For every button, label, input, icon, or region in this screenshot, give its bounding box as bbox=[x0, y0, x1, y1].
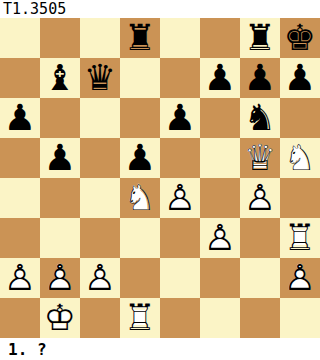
piece-outline: ♙ bbox=[160, 178, 200, 218]
square-d7[interactable] bbox=[120, 58, 160, 98]
square-e3[interactable] bbox=[160, 218, 200, 258]
square-h2[interactable]: ♟♙ bbox=[280, 258, 320, 298]
square-c7[interactable]: ♛ bbox=[80, 58, 120, 98]
square-d2[interactable] bbox=[120, 258, 160, 298]
square-e7[interactable] bbox=[160, 58, 200, 98]
square-d6[interactable] bbox=[120, 98, 160, 138]
square-f1[interactable] bbox=[200, 298, 240, 338]
square-a1[interactable] bbox=[0, 298, 40, 338]
square-c6[interactable] bbox=[80, 98, 120, 138]
square-f2[interactable] bbox=[200, 258, 240, 298]
square-a8[interactable] bbox=[0, 18, 40, 58]
piece-white-rook[interactable]: ♜♖ bbox=[120, 298, 160, 338]
square-b7[interactable]: ♝ bbox=[40, 58, 80, 98]
square-b1[interactable]: ♚♔ bbox=[40, 298, 80, 338]
square-e4[interactable]: ♟♙ bbox=[160, 178, 200, 218]
square-g3[interactable] bbox=[240, 218, 280, 258]
piece-white-pawn[interactable]: ♟♙ bbox=[80, 258, 120, 298]
square-e5[interactable] bbox=[160, 138, 200, 178]
square-b2[interactable]: ♟♙ bbox=[40, 258, 80, 298]
square-b8[interactable] bbox=[40, 18, 80, 58]
piece-outline: ♙ bbox=[200, 218, 240, 258]
puzzle-title: T1.3505 bbox=[0, 0, 320, 18]
piece-white-pawn[interactable]: ♟♙ bbox=[200, 218, 240, 258]
piece-white-rook[interactable]: ♜♖ bbox=[280, 218, 320, 258]
square-d1[interactable]: ♜♖ bbox=[120, 298, 160, 338]
square-g2[interactable] bbox=[240, 258, 280, 298]
square-f4[interactable] bbox=[200, 178, 240, 218]
square-c1[interactable] bbox=[80, 298, 120, 338]
square-c4[interactable] bbox=[80, 178, 120, 218]
square-f8[interactable] bbox=[200, 18, 240, 58]
square-a4[interactable] bbox=[0, 178, 40, 218]
square-b6[interactable] bbox=[40, 98, 80, 138]
piece-black-knight[interactable]: ♞ bbox=[240, 98, 280, 138]
piece-black-rook[interactable]: ♜ bbox=[120, 18, 160, 58]
square-c3[interactable] bbox=[80, 218, 120, 258]
piece-white-pawn[interactable]: ♟♙ bbox=[0, 258, 40, 298]
piece-black-pawn[interactable]: ♟ bbox=[120, 138, 160, 178]
piece-black-pawn[interactable]: ♟ bbox=[0, 98, 40, 138]
square-d3[interactable] bbox=[120, 218, 160, 258]
piece-outline: ♔ bbox=[40, 298, 80, 338]
square-h7[interactable]: ♟ bbox=[280, 58, 320, 98]
piece-white-pawn[interactable]: ♟♙ bbox=[240, 178, 280, 218]
square-f3[interactable]: ♟♙ bbox=[200, 218, 240, 258]
square-g7[interactable]: ♟ bbox=[240, 58, 280, 98]
piece-black-queen[interactable]: ♛ bbox=[80, 58, 120, 98]
piece-outline: ♙ bbox=[40, 258, 80, 298]
piece-outline: ♕ bbox=[240, 138, 280, 178]
piece-outline: ♙ bbox=[280, 258, 320, 298]
piece-white-knight[interactable]: ♞♘ bbox=[280, 138, 320, 178]
piece-outline: ♘ bbox=[280, 138, 320, 178]
square-h3[interactable]: ♜♖ bbox=[280, 218, 320, 258]
square-f7[interactable]: ♟ bbox=[200, 58, 240, 98]
square-a7[interactable] bbox=[0, 58, 40, 98]
square-e2[interactable] bbox=[160, 258, 200, 298]
square-h6[interactable] bbox=[280, 98, 320, 138]
square-c8[interactable] bbox=[80, 18, 120, 58]
piece-outline: ♙ bbox=[0, 258, 40, 298]
square-h1[interactable] bbox=[280, 298, 320, 338]
square-f6[interactable] bbox=[200, 98, 240, 138]
square-g6[interactable]: ♞ bbox=[240, 98, 280, 138]
piece-outline: ♖ bbox=[280, 218, 320, 258]
square-h8[interactable]: ♚ bbox=[280, 18, 320, 58]
square-g5[interactable]: ♛♕ bbox=[240, 138, 280, 178]
square-h4[interactable] bbox=[280, 178, 320, 218]
square-d5[interactable]: ♟ bbox=[120, 138, 160, 178]
piece-black-pawn[interactable]: ♟ bbox=[160, 98, 200, 138]
square-e8[interactable] bbox=[160, 18, 200, 58]
square-e6[interactable]: ♟ bbox=[160, 98, 200, 138]
piece-black-pawn[interactable]: ♟ bbox=[40, 138, 80, 178]
piece-white-pawn[interactable]: ♟♙ bbox=[280, 258, 320, 298]
piece-white-queen[interactable]: ♛♕ bbox=[240, 138, 280, 178]
square-g1[interactable] bbox=[240, 298, 280, 338]
square-e1[interactable] bbox=[160, 298, 200, 338]
square-a6[interactable]: ♟ bbox=[0, 98, 40, 138]
piece-outline: ♖ bbox=[120, 298, 160, 338]
piece-black-rook[interactable]: ♜ bbox=[240, 18, 280, 58]
piece-black-king[interactable]: ♚ bbox=[280, 18, 320, 58]
square-c5[interactable] bbox=[80, 138, 120, 178]
square-a2[interactable]: ♟♙ bbox=[0, 258, 40, 298]
square-f5[interactable] bbox=[200, 138, 240, 178]
square-d4[interactable]: ♞♘ bbox=[120, 178, 160, 218]
piece-black-pawn[interactable]: ♟ bbox=[200, 58, 240, 98]
square-g8[interactable]: ♜ bbox=[240, 18, 280, 58]
piece-white-king[interactable]: ♚♔ bbox=[40, 298, 80, 338]
square-d8[interactable]: ♜ bbox=[120, 18, 160, 58]
piece-outline: ♙ bbox=[80, 258, 120, 298]
square-c2[interactable]: ♟♙ bbox=[80, 258, 120, 298]
piece-black-bishop[interactable]: ♝ bbox=[40, 58, 80, 98]
piece-black-pawn[interactable]: ♟ bbox=[280, 58, 320, 98]
square-b3[interactable] bbox=[40, 218, 80, 258]
square-h5[interactable]: ♞♘ bbox=[280, 138, 320, 178]
square-b5[interactable]: ♟ bbox=[40, 138, 80, 178]
chess-board: ♜♜♚♝♛♟♟♟♟♟♞♟♟♛♕♞♘♞♘♟♙♟♙♟♙♜♖♟♙♟♙♟♙♟♙♚♔♜♖ bbox=[0, 18, 320, 338]
piece-white-pawn[interactable]: ♟♙ bbox=[40, 258, 80, 298]
piece-white-knight[interactable]: ♞♘ bbox=[120, 178, 160, 218]
piece-outline: ♘ bbox=[120, 178, 160, 218]
piece-black-pawn[interactable]: ♟ bbox=[240, 58, 280, 98]
piece-outline: ♙ bbox=[240, 178, 280, 218]
square-a5[interactable] bbox=[0, 138, 40, 178]
square-b4[interactable] bbox=[40, 178, 80, 218]
move-prompt: 1. ? bbox=[0, 338, 320, 360]
square-a3[interactable] bbox=[0, 218, 40, 258]
square-g4[interactable]: ♟♙ bbox=[240, 178, 280, 218]
piece-white-pawn[interactable]: ♟♙ bbox=[160, 178, 200, 218]
